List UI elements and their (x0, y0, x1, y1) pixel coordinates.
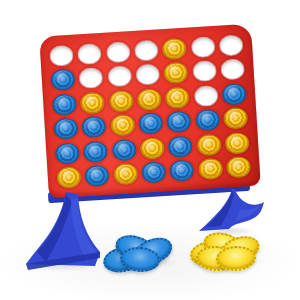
cell-r2-c2 (76, 65, 106, 91)
cell-r3-c7 (219, 81, 249, 107)
yellow-disc (113, 163, 138, 185)
cell-r4-c4 (136, 111, 166, 137)
connect-four-board-frame (39, 24, 260, 199)
blue-disc (141, 161, 166, 183)
cell-r6-c2 (82, 163, 112, 189)
cell-r5-c1 (53, 140, 83, 166)
yellow-disc (226, 156, 251, 178)
blue-disc (52, 93, 77, 115)
cell-r3-c1 (50, 91, 80, 117)
yellow-disc (140, 137, 165, 159)
blue-disc (195, 109, 220, 131)
yellow-disc (110, 114, 135, 136)
cell-r2-c3 (105, 63, 135, 89)
cell-r5-c5 (166, 133, 196, 159)
cell-r5-c6 (194, 132, 224, 158)
scene (0, 0, 300, 300)
blue-disc (168, 135, 193, 157)
blue-disc-pile (103, 234, 175, 272)
cell-r2-c4 (133, 62, 163, 88)
blue-disc (138, 113, 163, 135)
cell-r5-c7 (222, 130, 252, 156)
empty-hole (220, 58, 245, 80)
cell-r6-c3 (111, 161, 141, 187)
cell-r5-c3 (109, 137, 139, 163)
cell-r1-c3 (103, 39, 133, 65)
blue-disc (169, 160, 194, 182)
left-stand (24, 190, 102, 270)
blue-disc (50, 69, 75, 91)
blue-disc (166, 111, 191, 133)
cell-r4-c7 (221, 105, 251, 131)
board-grid (47, 32, 254, 191)
cell-r2-c6 (189, 58, 219, 84)
blue-disc (111, 139, 136, 161)
cell-r5-c4 (137, 135, 167, 161)
blue-disc (221, 83, 246, 105)
cell-r3-c5 (163, 84, 193, 110)
empty-hole (79, 67, 104, 89)
yellow-disc (137, 88, 162, 110)
cell-r1-c5 (160, 36, 190, 62)
cell-r6-c6 (195, 156, 225, 182)
cell-r6-c4 (139, 160, 169, 186)
cell-r1-c2 (75, 41, 105, 67)
blue-disc (83, 140, 108, 162)
empty-hole (134, 39, 159, 61)
empty-hole (190, 36, 215, 58)
empty-hole (105, 41, 130, 63)
empty-hole (49, 44, 74, 66)
cell-r4-c3 (108, 112, 138, 138)
yellow-disc (223, 107, 248, 129)
cell-r3-c4 (134, 86, 164, 112)
cell-r6-c7 (224, 154, 254, 180)
cell-r5-c2 (81, 139, 111, 165)
cell-r6-c1 (54, 165, 84, 191)
cell-r2-c1 (48, 67, 78, 93)
cell-r4-c6 (192, 107, 222, 133)
empty-hole (192, 60, 217, 82)
blue-disc (53, 118, 78, 140)
yellow-disc (198, 158, 223, 180)
empty-hole (77, 43, 102, 65)
empty-hole (193, 85, 218, 107)
cell-r1-c6 (188, 34, 218, 60)
yellow-disc (80, 92, 105, 114)
empty-hole (135, 64, 160, 86)
cell-r4-c1 (51, 116, 81, 142)
cell-r3-c3 (106, 88, 136, 114)
yellow-disc (196, 134, 221, 156)
empty-hole (107, 65, 132, 87)
cell-r4-c5 (164, 109, 194, 135)
cell-r1-c4 (131, 37, 161, 63)
yellow-disc (108, 90, 133, 112)
yellow-disc-pile (188, 232, 260, 270)
cell-r3-c6 (191, 83, 221, 109)
yellow-disc (224, 132, 249, 154)
cell-r1-c7 (216, 32, 246, 58)
blue-disc (55, 142, 80, 164)
blue-disc (82, 116, 107, 138)
yellow-disc (163, 62, 188, 84)
cell-r2-c7 (218, 57, 248, 83)
blue-disc (85, 165, 110, 187)
yellow-disc (162, 37, 187, 59)
cell-r4-c2 (79, 114, 109, 140)
cell-r3-c2 (78, 90, 108, 116)
empty-hole (218, 34, 243, 56)
yellow-disc (56, 167, 81, 189)
cell-r2-c5 (161, 60, 191, 86)
yellow-disc (165, 86, 190, 108)
cell-r6-c5 (167, 158, 197, 184)
cell-r1-c1 (47, 42, 77, 68)
